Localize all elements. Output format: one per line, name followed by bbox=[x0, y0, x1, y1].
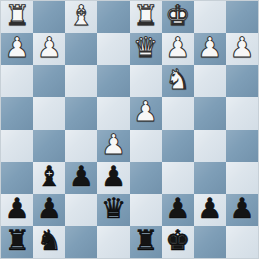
piece-black-knight[interactable]: ♞ bbox=[37, 227, 62, 255]
square-d2[interactable]: ♛ bbox=[130, 33, 162, 65]
square-e8[interactable] bbox=[97, 226, 129, 258]
square-e2[interactable] bbox=[97, 33, 129, 65]
square-d4[interactable]: ♟ bbox=[130, 97, 162, 129]
piece-black-pawn[interactable]: ♟ bbox=[69, 163, 94, 191]
square-c3[interactable]: ♞ bbox=[162, 65, 194, 97]
piece-black-pawn[interactable]: ♟ bbox=[165, 195, 190, 223]
square-e1[interactable] bbox=[97, 1, 129, 33]
chess-board-container: ♜♝♜♚♟♟♛♟♟♟♞♟♟♝♟♟♟♟♛♟♟♟♜♞♜♚ bbox=[0, 0, 259, 259]
piece-black-pawn[interactable]: ♟ bbox=[197, 195, 222, 223]
piece-black-pawn[interactable]: ♟ bbox=[37, 195, 62, 223]
square-g2[interactable]: ♟ bbox=[33, 33, 65, 65]
square-g1[interactable] bbox=[33, 1, 65, 33]
square-f8[interactable] bbox=[65, 226, 97, 258]
piece-white-pawn[interactable]: ♟ bbox=[37, 34, 62, 62]
piece-black-queen[interactable]: ♛ bbox=[101, 195, 126, 223]
piece-black-pawn[interactable]: ♟ bbox=[101, 163, 126, 191]
piece-white-pawn[interactable]: ♟ bbox=[5, 34, 30, 62]
square-f4[interactable] bbox=[65, 97, 97, 129]
square-b4[interactable] bbox=[194, 97, 226, 129]
piece-white-rook[interactable]: ♜ bbox=[133, 2, 158, 30]
square-g4[interactable] bbox=[33, 97, 65, 129]
square-e4[interactable] bbox=[97, 97, 129, 129]
square-a2[interactable]: ♟ bbox=[226, 33, 258, 65]
square-h8[interactable]: ♜ bbox=[1, 226, 33, 258]
square-b1[interactable] bbox=[194, 1, 226, 33]
square-e7[interactable]: ♛ bbox=[97, 194, 129, 226]
square-f2[interactable] bbox=[65, 33, 97, 65]
square-b3[interactable] bbox=[194, 65, 226, 97]
square-f1[interactable]: ♝ bbox=[65, 1, 97, 33]
square-h3[interactable] bbox=[1, 65, 33, 97]
square-d1[interactable]: ♜ bbox=[130, 1, 162, 33]
square-d5[interactable] bbox=[130, 130, 162, 162]
piece-white-knight[interactable]: ♞ bbox=[165, 66, 190, 94]
piece-white-pawn[interactable]: ♟ bbox=[165, 34, 190, 62]
square-c1[interactable]: ♚ bbox=[162, 1, 194, 33]
square-b5[interactable] bbox=[194, 130, 226, 162]
square-f6[interactable]: ♟ bbox=[65, 162, 97, 194]
square-e5[interactable]: ♟ bbox=[97, 130, 129, 162]
square-c8[interactable]: ♚ bbox=[162, 226, 194, 258]
piece-white-king[interactable]: ♚ bbox=[165, 2, 190, 30]
chess-board: ♜♝♜♚♟♟♛♟♟♟♞♟♟♝♟♟♟♟♛♟♟♟♜♞♜♚ bbox=[0, 0, 259, 259]
square-f7[interactable] bbox=[65, 194, 97, 226]
square-c7[interactable]: ♟ bbox=[162, 194, 194, 226]
square-d7[interactable] bbox=[130, 194, 162, 226]
square-h7[interactable]: ♟ bbox=[1, 194, 33, 226]
piece-black-pawn[interactable]: ♟ bbox=[229, 195, 254, 223]
square-e3[interactable] bbox=[97, 65, 129, 97]
square-c2[interactable]: ♟ bbox=[162, 33, 194, 65]
piece-black-rook[interactable]: ♜ bbox=[133, 227, 158, 255]
piece-white-pawn[interactable]: ♟ bbox=[133, 98, 158, 126]
square-c5[interactable] bbox=[162, 130, 194, 162]
square-h6[interactable] bbox=[1, 162, 33, 194]
square-a6[interactable] bbox=[226, 162, 258, 194]
square-d8[interactable]: ♜ bbox=[130, 226, 162, 258]
square-b6[interactable] bbox=[194, 162, 226, 194]
square-a3[interactable] bbox=[226, 65, 258, 97]
square-f5[interactable] bbox=[65, 130, 97, 162]
square-g7[interactable]: ♟ bbox=[33, 194, 65, 226]
square-d6[interactable] bbox=[130, 162, 162, 194]
square-f3[interactable] bbox=[65, 65, 97, 97]
square-g8[interactable]: ♞ bbox=[33, 226, 65, 258]
square-e6[interactable]: ♟ bbox=[97, 162, 129, 194]
square-h5[interactable] bbox=[1, 130, 33, 162]
square-a5[interactable] bbox=[226, 130, 258, 162]
square-b8[interactable] bbox=[194, 226, 226, 258]
square-a8[interactable] bbox=[226, 226, 258, 258]
square-c6[interactable] bbox=[162, 162, 194, 194]
piece-white-queen[interactable]: ♛ bbox=[133, 34, 158, 62]
square-a1[interactable] bbox=[226, 1, 258, 33]
square-a7[interactable]: ♟ bbox=[226, 194, 258, 226]
piece-white-pawn[interactable]: ♟ bbox=[101, 131, 126, 159]
piece-white-bishop[interactable]: ♝ bbox=[69, 2, 94, 30]
square-g3[interactable] bbox=[33, 65, 65, 97]
square-h1[interactable]: ♜ bbox=[1, 1, 33, 33]
piece-white-pawn[interactable]: ♟ bbox=[229, 34, 254, 62]
square-g6[interactable]: ♝ bbox=[33, 162, 65, 194]
piece-white-pawn[interactable]: ♟ bbox=[197, 34, 222, 62]
square-b7[interactable]: ♟ bbox=[194, 194, 226, 226]
piece-black-pawn[interactable]: ♟ bbox=[5, 195, 30, 223]
piece-black-king[interactable]: ♚ bbox=[165, 227, 190, 255]
square-c4[interactable] bbox=[162, 97, 194, 129]
square-h2[interactable]: ♟ bbox=[1, 33, 33, 65]
square-d3[interactable] bbox=[130, 65, 162, 97]
piece-black-rook[interactable]: ♜ bbox=[5, 227, 30, 255]
piece-white-rook[interactable]: ♜ bbox=[5, 2, 30, 30]
square-g5[interactable] bbox=[33, 130, 65, 162]
square-b2[interactable]: ♟ bbox=[194, 33, 226, 65]
square-a4[interactable] bbox=[226, 97, 258, 129]
square-h4[interactable] bbox=[1, 97, 33, 129]
piece-black-bishop[interactable]: ♝ bbox=[37, 163, 62, 191]
